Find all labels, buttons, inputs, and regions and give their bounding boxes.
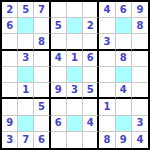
cell-r4c4[interactable]: 4 xyxy=(51,51,67,67)
cell-r3c1[interactable] xyxy=(2,34,18,50)
cell-r3c7[interactable]: 3 xyxy=(99,34,115,50)
cell-r3c5[interactable] xyxy=(67,34,83,50)
cell-r1c2[interactable]: 5 xyxy=(18,2,34,18)
cell-r4c3[interactable] xyxy=(34,51,50,67)
cell-r7c3[interactable]: 5 xyxy=(34,99,50,115)
cell-r3c9[interactable] xyxy=(132,34,148,50)
cell-r7c5[interactable] xyxy=(67,99,83,115)
cell-r1c7[interactable]: 4 xyxy=(99,2,115,18)
cell-r3c6[interactable] xyxy=(83,34,99,50)
cell-r5c6[interactable] xyxy=(83,67,99,83)
cell-r6c2[interactable]: 1 xyxy=(18,83,34,99)
cell-r4c6[interactable]: 6 xyxy=(83,51,99,67)
cell-r2c4[interactable]: 5 xyxy=(51,18,67,34)
cell-r8c8[interactable] xyxy=(116,116,132,132)
cell-r2c5[interactable] xyxy=(67,18,83,34)
cell-r1c9[interactable]: 9 xyxy=(132,2,148,18)
cell-r4c9[interactable] xyxy=(132,51,148,67)
cell-r8c5[interactable] xyxy=(67,116,83,132)
cell-r3c4[interactable] xyxy=(51,34,67,50)
cell-r9c6[interactable] xyxy=(83,132,99,148)
cell-r4c7[interactable] xyxy=(99,51,115,67)
cell-r6c4[interactable]: 9 xyxy=(51,83,67,99)
cell-r9c3[interactable]: 6 xyxy=(34,132,50,148)
cell-r2c6[interactable]: 2 xyxy=(83,18,99,34)
cell-r5c1[interactable] xyxy=(2,67,18,83)
cell-r3c8[interactable] xyxy=(116,34,132,50)
cell-r7c1[interactable] xyxy=(2,99,18,115)
cell-r9c4[interactable] xyxy=(51,132,67,148)
cell-r2c1[interactable]: 6 xyxy=(2,18,18,34)
cell-r9c2[interactable]: 7 xyxy=(18,132,34,148)
cell-r1c8[interactable]: 6 xyxy=(116,2,132,18)
cell-r7c6[interactable] xyxy=(83,99,99,115)
sudoku-board: 2574696528833416819354519643376894 xyxy=(0,0,150,150)
cell-r8c7[interactable] xyxy=(99,116,115,132)
cell-r6c9[interactable] xyxy=(132,83,148,99)
cell-r4c1[interactable] xyxy=(2,51,18,67)
cell-r6c3[interactable] xyxy=(34,83,50,99)
cell-r4c2[interactable]: 3 xyxy=(18,51,34,67)
cell-r5c7[interactable] xyxy=(99,67,115,83)
cell-r7c2[interactable] xyxy=(18,99,34,115)
cell-r9c7[interactable]: 8 xyxy=(99,132,115,148)
cell-r3c2[interactable] xyxy=(18,34,34,50)
cell-r1c1[interactable]: 2 xyxy=(2,2,18,18)
cell-r5c4[interactable] xyxy=(51,67,67,83)
cell-r1c6[interactable] xyxy=(83,2,99,18)
cell-r5c9[interactable] xyxy=(132,67,148,83)
cell-r5c2[interactable] xyxy=(18,67,34,83)
cell-r6c8[interactable]: 4 xyxy=(116,83,132,99)
cell-r1c4[interactable] xyxy=(51,2,67,18)
cell-r8c2[interactable] xyxy=(18,116,34,132)
cell-r5c5[interactable] xyxy=(67,67,83,83)
cell-r8c4[interactable]: 6 xyxy=(51,116,67,132)
cell-r3c3[interactable]: 8 xyxy=(34,34,50,50)
cell-r8c9[interactable]: 3 xyxy=(132,116,148,132)
cell-r7c4[interactable] xyxy=(51,99,67,115)
cell-r4c5[interactable]: 1 xyxy=(67,51,83,67)
cell-r2c2[interactable] xyxy=(18,18,34,34)
cell-r1c3[interactable]: 7 xyxy=(34,2,50,18)
cell-r5c8[interactable] xyxy=(116,67,132,83)
cell-r9c9[interactable]: 4 xyxy=(132,132,148,148)
cell-r1c5[interactable] xyxy=(67,2,83,18)
cell-r6c6[interactable]: 5 xyxy=(83,83,99,99)
cell-r2c9[interactable]: 8 xyxy=(132,18,148,34)
cell-r2c7[interactable] xyxy=(99,18,115,34)
cell-r7c9[interactable] xyxy=(132,99,148,115)
cell-r7c7[interactable]: 1 xyxy=(99,99,115,115)
cell-r8c1[interactable]: 9 xyxy=(2,116,18,132)
cell-r5c3[interactable] xyxy=(34,67,50,83)
cell-r6c7[interactable] xyxy=(99,83,115,99)
cell-r2c3[interactable] xyxy=(34,18,50,34)
cell-r8c6[interactable]: 4 xyxy=(83,116,99,132)
cell-r8c3[interactable] xyxy=(34,116,50,132)
cell-r2c8[interactable] xyxy=(116,18,132,34)
cell-r6c5[interactable]: 3 xyxy=(67,83,83,99)
sudoku-puzzle: 2574696528833416819354519643376894 xyxy=(0,0,150,150)
cell-r4c8[interactable]: 8 xyxy=(116,51,132,67)
cell-r9c8[interactable]: 9 xyxy=(116,132,132,148)
cell-r6c1[interactable] xyxy=(2,83,18,99)
cell-r9c1[interactable]: 3 xyxy=(2,132,18,148)
cell-r9c5[interactable] xyxy=(67,132,83,148)
cell-r7c8[interactable] xyxy=(116,99,132,115)
